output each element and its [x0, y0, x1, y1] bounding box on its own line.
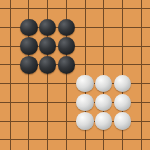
black-stone — [58, 37, 76, 55]
white-stone — [114, 94, 132, 112]
white-stone — [76, 112, 94, 130]
grid-line-horizontal — [0, 139, 150, 140]
black-stone — [20, 37, 38, 55]
grid-line-horizontal — [0, 8, 150, 9]
black-stone — [39, 56, 57, 74]
black-stone — [20, 56, 38, 74]
black-stone — [58, 56, 76, 74]
black-stone — [58, 19, 76, 37]
white-stone — [95, 75, 113, 93]
black-stone — [20, 19, 38, 37]
go-board[interactable] — [0, 0, 150, 150]
black-stone — [39, 37, 57, 55]
black-stone — [39, 19, 57, 37]
white-stone — [95, 94, 113, 112]
white-stone — [76, 94, 94, 112]
white-stone — [114, 75, 132, 93]
grid-line-vertical — [141, 0, 142, 150]
white-stone — [95, 112, 113, 130]
white-stone — [114, 112, 132, 130]
grid-line-vertical — [10, 0, 11, 150]
white-stone — [76, 75, 94, 93]
